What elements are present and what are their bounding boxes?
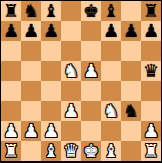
- square-d7[interactable]: [61, 21, 81, 41]
- square-h8[interactable]: ♜: [141, 1, 161, 21]
- square-d6[interactable]: [61, 41, 81, 61]
- white-pawn-piece: ♟: [143, 121, 159, 141]
- square-c3[interactable]: [41, 101, 61, 121]
- black-pawn-piece: ♟: [143, 21, 159, 41]
- square-b8[interactable]: ♞: [21, 1, 41, 21]
- black-pawn-piece: ♟: [3, 21, 19, 41]
- black-knight-piece: ♞: [123, 101, 139, 121]
- white-pawn-piece: ♟: [83, 61, 99, 81]
- white-pawn-piece: ♟: [63, 101, 79, 121]
- square-f1[interactable]: ♝: [101, 141, 121, 161]
- white-pawn-piece: ♟: [23, 121, 39, 141]
- black-bishop-piece: ♝: [43, 1, 59, 21]
- square-c6[interactable]: [41, 41, 61, 61]
- square-h4[interactable]: [141, 81, 161, 101]
- square-b7[interactable]: ♟: [21, 21, 41, 41]
- square-b2[interactable]: ♟: [21, 121, 41, 141]
- square-c5[interactable]: [41, 61, 61, 81]
- square-b1[interactable]: [21, 141, 41, 161]
- square-c7[interactable]: ♟: [41, 21, 61, 41]
- square-f5[interactable]: [101, 61, 121, 81]
- white-bishop-piece: ♝: [43, 141, 59, 161]
- square-e6[interactable]: [81, 41, 101, 61]
- square-e8[interactable]: ♚: [81, 1, 101, 21]
- white-king-piece: ♚: [83, 141, 99, 161]
- square-e2[interactable]: [81, 121, 101, 141]
- square-e3[interactable]: [81, 101, 101, 121]
- square-f6[interactable]: [101, 41, 121, 61]
- black-knight-piece: ♞: [23, 1, 39, 21]
- square-h5[interactable]: ♛: [141, 61, 161, 81]
- white-knight-piece: ♞: [103, 101, 119, 121]
- square-e7[interactable]: [81, 21, 101, 41]
- square-a5[interactable]: [1, 61, 21, 81]
- white-rook-piece: ♜: [143, 141, 159, 161]
- square-g5[interactable]: [121, 61, 141, 81]
- square-c4[interactable]: [41, 81, 61, 101]
- black-bishop-piece: ♝: [103, 1, 119, 21]
- square-g6[interactable]: [121, 41, 141, 61]
- square-h7[interactable]: ♟: [141, 21, 161, 41]
- white-knight-piece: ♞: [63, 61, 79, 81]
- square-f7[interactable]: ♟: [101, 21, 121, 41]
- square-a8[interactable]: ♜: [1, 1, 21, 21]
- black-pawn-piece: ♟: [103, 21, 119, 41]
- black-rook-piece: ♜: [143, 1, 159, 21]
- square-h2[interactable]: ♟: [141, 121, 161, 141]
- square-h1[interactable]: ♜: [141, 141, 161, 161]
- black-king-piece: ♚: [83, 1, 99, 21]
- square-d1[interactable]: ♛: [61, 141, 81, 161]
- black-pawn-piece: ♟: [43, 21, 59, 41]
- square-a1[interactable]: ♜: [1, 141, 21, 161]
- square-a4[interactable]: [1, 81, 21, 101]
- square-g3[interactable]: ♞: [121, 101, 141, 121]
- white-queen-piece: ♛: [63, 141, 79, 161]
- chess-board: ♜♞♝♚♝♜♟♟♟♟♟♟♞♟♛♟♞♞♟♟♟♟♜♝♛♚♝♜: [1, 1, 161, 161]
- square-b3[interactable]: [21, 101, 41, 121]
- square-c2[interactable]: ♟: [41, 121, 61, 141]
- square-g1[interactable]: [121, 141, 141, 161]
- square-e5[interactable]: ♟: [81, 61, 101, 81]
- square-h3[interactable]: [141, 101, 161, 121]
- square-c8[interactable]: ♝: [41, 1, 61, 21]
- square-a7[interactable]: ♟: [1, 21, 21, 41]
- white-pawn-piece: ♟: [43, 121, 59, 141]
- square-e1[interactable]: ♚: [81, 141, 101, 161]
- square-g2[interactable]: [121, 121, 141, 141]
- square-c1[interactable]: ♝: [41, 141, 61, 161]
- white-pawn-piece: ♟: [3, 121, 19, 141]
- chess-board-frame: ♜♞♝♚♝♜♟♟♟♟♟♟♞♟♛♟♞♞♟♟♟♟♜♝♛♚♝♜: [0, 1, 162, 163]
- square-f2[interactable]: [101, 121, 121, 141]
- black-pawn-piece: ♟: [123, 21, 139, 41]
- square-b4[interactable]: [21, 81, 41, 101]
- black-rook-piece: ♜: [3, 1, 19, 21]
- square-b5[interactable]: [21, 61, 41, 81]
- square-d3[interactable]: ♟: [61, 101, 81, 121]
- square-b6[interactable]: [21, 41, 41, 61]
- white-rook-piece: ♜: [3, 141, 19, 161]
- square-d8[interactable]: [61, 1, 81, 21]
- square-g4[interactable]: [121, 81, 141, 101]
- black-queen-piece: ♛: [143, 61, 159, 81]
- square-d2[interactable]: [61, 121, 81, 141]
- square-h6[interactable]: [141, 41, 161, 61]
- square-d5[interactable]: ♞: [61, 61, 81, 81]
- square-f4[interactable]: [101, 81, 121, 101]
- square-g8[interactable]: [121, 1, 141, 21]
- black-pawn-piece: ♟: [23, 21, 39, 41]
- square-e4[interactable]: [81, 81, 101, 101]
- square-a3[interactable]: [1, 101, 21, 121]
- white-bishop-piece: ♝: [103, 141, 119, 161]
- square-a2[interactable]: ♟: [1, 121, 21, 141]
- square-g7[interactable]: ♟: [121, 21, 141, 41]
- square-f3[interactable]: ♞: [101, 101, 121, 121]
- square-f8[interactable]: ♝: [101, 1, 121, 21]
- square-a6[interactable]: [1, 41, 21, 61]
- square-d4[interactable]: [61, 81, 81, 101]
